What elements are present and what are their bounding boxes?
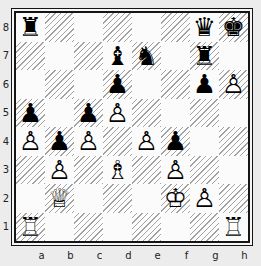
square-c6[interactable] [74,70,103,99]
piece-white-pawn: ♙ [103,99,132,128]
file-label-a: a [27,250,56,261]
square-c2[interactable] [74,184,103,213]
square-b3[interactable]: ♟♙ [45,156,74,185]
rank-labels: 87654321 [1,8,11,241]
white-pawn-fill: ♟ [132,127,161,156]
piece-white-pawn: ♙ [45,156,74,185]
square-a6[interactable] [16,70,45,99]
square-g7[interactable]: ♜ [190,42,219,71]
rank-label-1: 1 [1,213,11,242]
piece-white-pawn: ♙ [132,127,161,156]
rank-label-5: 5 [1,99,11,128]
square-e5[interactable] [132,99,161,128]
square-c7[interactable] [74,42,103,71]
white-pawn-fill: ♟ [74,127,103,156]
square-b1[interactable] [45,213,74,242]
square-h6[interactable]: ♟♙ [219,70,248,99]
square-f1[interactable] [161,213,190,242]
square-h2[interactable] [219,184,248,213]
piece-white-pawn: ♙ [161,156,190,185]
square-b2[interactable]: ♛♕ [45,184,74,213]
square-e6[interactable] [132,70,161,99]
square-d5[interactable]: ♟♙ [103,99,132,128]
file-label-e: e [143,250,172,261]
square-d4[interactable] [103,127,132,156]
file-label-h: h [230,250,259,261]
square-f6[interactable] [161,70,190,99]
piece-black-knight: ♞ [132,42,161,71]
square-e3[interactable] [132,156,161,185]
piece-black-pawn: ♟ [16,99,45,128]
file-label-c: c [85,250,114,261]
white-pawn-fill: ♟ [219,70,248,99]
square-g1[interactable] [190,213,219,242]
square-h1[interactable]: ♜♖ [219,213,248,242]
piece-white-rook: ♖ [16,213,45,242]
square-g5[interactable] [190,99,219,128]
square-d2[interactable] [103,184,132,213]
piece-white-pawn: ♙ [190,184,219,213]
file-label-d: d [114,250,143,261]
rank-label-6: 6 [1,70,11,99]
square-e7[interactable]: ♞ [132,42,161,71]
square-h7[interactable] [219,42,248,71]
piece-white-rook: ♖ [219,213,248,242]
board-inner-border: ♜♛♚♝♞♜♟♟♟♙♟♟♟♙♟♙♟♟♙♟♙♟♟♙♝♗♟♙♛♕♚♔♟♙♜♖♜♖ [14,11,250,243]
square-g3[interactable] [190,156,219,185]
square-f4[interactable]: ♟ [161,127,190,156]
piece-white-pawn: ♙ [219,70,248,99]
square-f5[interactable] [161,99,190,128]
white-rook-fill: ♜ [219,213,248,242]
file-label-b: b [56,250,85,261]
piece-white-queen: ♕ [45,184,74,213]
chess-diagram: 87654321 ♜♛♚♝♞♜♟♟♟♙♟♟♟♙♟♙♟♟♙♟♙♟♟♙♝♗♟♙♛♕♚… [0,0,261,261]
square-d3[interactable]: ♝♗ [103,156,132,185]
chess-board: ♜♛♚♝♞♜♟♟♟♙♟♟♟♙♟♙♟♟♙♟♙♟♟♙♝♗♟♙♛♕♚♔♟♙♜♖♜♖ [16,13,248,241]
board-block: ♜♛♚♝♞♜♟♟♟♙♟♟♟♙♟♙♟♟♙♟♙♟♟♙♝♗♟♙♛♕♚♔♟♙♜♖♜♖ a… [11,8,259,261]
board-border: ♜♛♚♝♞♜♟♟♟♙♟♟♟♙♟♙♟♟♙♟♙♟♟♙♝♗♟♙♛♕♚♔♟♙♜♖♜♖ [11,8,253,246]
square-g4[interactable] [190,127,219,156]
square-b8[interactable] [45,13,74,42]
piece-white-pawn: ♙ [74,127,103,156]
square-h3[interactable] [219,156,248,185]
square-b5[interactable] [45,99,74,128]
white-rook-fill: ♜ [16,213,45,242]
white-king-fill: ♚ [161,184,190,213]
square-e1[interactable] [132,213,161,242]
rank-label-7: 7 [1,42,11,71]
square-d7[interactable]: ♝ [103,42,132,71]
square-e8[interactable] [132,13,161,42]
square-a4[interactable]: ♟♙ [16,127,45,156]
piece-black-pawn: ♟ [74,99,103,128]
square-a1[interactable]: ♜♖ [16,213,45,242]
white-pawn-fill: ♟ [161,156,190,185]
square-c3[interactable] [74,156,103,185]
white-pawn-fill: ♟ [103,99,132,128]
square-b4[interactable]: ♟ [45,127,74,156]
piece-white-king: ♔ [161,184,190,213]
white-pawn-fill: ♟ [190,184,219,213]
square-h8[interactable]: ♚ [219,13,248,42]
piece-black-queen: ♛ [190,13,219,42]
square-h5[interactable] [219,99,248,128]
square-e4[interactable]: ♟♙ [132,127,161,156]
piece-black-bishop: ♝ [103,42,132,71]
square-d6[interactable]: ♟ [103,70,132,99]
square-c8[interactable] [74,13,103,42]
square-c5[interactable]: ♟ [74,99,103,128]
square-h4[interactable] [219,127,248,156]
file-labels: abcdefgh [27,250,259,261]
square-d8[interactable] [103,13,132,42]
piece-black-rook: ♜ [16,13,45,42]
white-pawn-fill: ♟ [16,127,45,156]
square-a8[interactable]: ♜ [16,13,45,42]
square-d1[interactable] [103,213,132,242]
square-c4[interactable]: ♟♙ [74,127,103,156]
square-a2[interactable] [16,184,45,213]
piece-white-bishop: ♗ [103,156,132,185]
square-b7[interactable] [45,42,74,71]
piece-white-pawn: ♙ [16,127,45,156]
piece-black-pawn: ♟ [190,70,219,99]
square-b6[interactable] [45,70,74,99]
square-a7[interactable] [16,42,45,71]
square-e2[interactable] [132,184,161,213]
file-label-f: f [172,250,201,261]
square-a3[interactable] [16,156,45,185]
rank-label-3: 3 [1,156,11,185]
piece-black-pawn: ♟ [161,127,190,156]
white-queen-fill: ♛ [45,184,74,213]
rank-label-4: 4 [1,127,11,156]
rank-label-2: 2 [1,184,11,213]
square-c1[interactable] [74,213,103,242]
square-g8[interactable]: ♛ [190,13,219,42]
piece-black-pawn: ♟ [45,127,74,156]
piece-black-pawn: ♟ [103,70,132,99]
square-g6[interactable]: ♟ [190,70,219,99]
rank-label-8: 8 [1,13,11,42]
square-f8[interactable] [161,13,190,42]
white-bishop-fill: ♝ [103,156,132,185]
chess-diagram-page: 87654321 ♜♛♚♝♞♜♟♟♟♙♟♟♟♙♟♙♟♟♙♟♙♟♟♙♝♗♟♙♛♕♚… [0,0,261,266]
square-f3[interactable]: ♟♙ [161,156,190,185]
square-g2[interactable]: ♟♙ [190,184,219,213]
white-pawn-fill: ♟ [45,156,74,185]
square-f7[interactable] [161,42,190,71]
square-f2[interactable]: ♚♔ [161,184,190,213]
file-label-g: g [201,250,230,261]
square-a5[interactable]: ♟ [16,99,45,128]
piece-black-rook: ♜ [190,42,219,71]
piece-black-king: ♚ [219,13,248,42]
